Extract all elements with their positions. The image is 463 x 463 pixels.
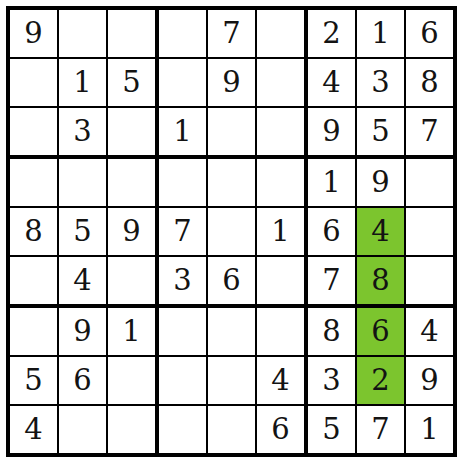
sudoku-board: 9721615943831957198597164436789186456432… — [6, 6, 457, 457]
cell-r1c6[interactable] — [257, 10, 308, 59]
cell-r3c6[interactable] — [257, 108, 308, 159]
cell-r7c7[interactable]: 8 — [308, 308, 357, 357]
cell-r6c3[interactable] — [108, 257, 159, 308]
cell-r5c4[interactable]: 7 — [159, 208, 208, 257]
cell-r7c8[interactable]: 6 — [357, 308, 406, 357]
cell-r1c5[interactable]: 7 — [208, 10, 257, 59]
cell-r9c1[interactable]: 4 — [10, 406, 59, 453]
cell-r6c9[interactable] — [406, 257, 453, 308]
cell-r5c3[interactable]: 9 — [108, 208, 159, 257]
cell-r4c3[interactable] — [108, 159, 159, 208]
cell-r3c5[interactable] — [208, 108, 257, 159]
cell-r7c3[interactable]: 1 — [108, 308, 159, 357]
cell-r2c7[interactable]: 4 — [308, 59, 357, 108]
cell-r7c5[interactable] — [208, 308, 257, 357]
cell-r7c9[interactable]: 4 — [406, 308, 453, 357]
cell-r6c7[interactable]: 7 — [308, 257, 357, 308]
cell-r8c8[interactable]: 2 — [357, 357, 406, 406]
cell-r6c1[interactable] — [10, 257, 59, 308]
cell-r4c5[interactable] — [208, 159, 257, 208]
cell-r2c2[interactable]: 1 — [59, 59, 108, 108]
cell-r3c4[interactable]: 1 — [159, 108, 208, 159]
sudoku-board-wrapper: 9721615943831957198597164436789186456432… — [0, 0, 463, 463]
cell-r4c9[interactable] — [406, 159, 453, 208]
cell-r6c6[interactable] — [257, 257, 308, 308]
cell-r4c7[interactable]: 1 — [308, 159, 357, 208]
cell-r1c4[interactable] — [159, 10, 208, 59]
cell-r8c3[interactable] — [108, 357, 159, 406]
cell-r1c2[interactable] — [59, 10, 108, 59]
cell-r8c1[interactable]: 5 — [10, 357, 59, 406]
cell-r2c5[interactable]: 9 — [208, 59, 257, 108]
cell-r4c4[interactable] — [159, 159, 208, 208]
cell-r5c6[interactable]: 1 — [257, 208, 308, 257]
cell-r2c9[interactable]: 8 — [406, 59, 453, 108]
cell-r4c6[interactable] — [257, 159, 308, 208]
cell-r5c5[interactable] — [208, 208, 257, 257]
cell-r7c6[interactable] — [257, 308, 308, 357]
cell-r3c7[interactable]: 9 — [308, 108, 357, 159]
cell-r5c2[interactable]: 5 — [59, 208, 108, 257]
cell-r9c3[interactable] — [108, 406, 159, 453]
cell-r8c2[interactable]: 6 — [59, 357, 108, 406]
cell-r2c3[interactable]: 5 — [108, 59, 159, 108]
cell-r8c9[interactable]: 9 — [406, 357, 453, 406]
cell-r8c7[interactable]: 3 — [308, 357, 357, 406]
cell-r5c8[interactable]: 4 — [357, 208, 406, 257]
cell-r3c1[interactable] — [10, 108, 59, 159]
cell-r9c7[interactable]: 5 — [308, 406, 357, 453]
cell-r2c6[interactable] — [257, 59, 308, 108]
cell-r4c2[interactable] — [59, 159, 108, 208]
cell-r5c1[interactable]: 8 — [10, 208, 59, 257]
cell-r2c1[interactable] — [10, 59, 59, 108]
cell-r2c8[interactable]: 3 — [357, 59, 406, 108]
cell-r5c7[interactable]: 6 — [308, 208, 357, 257]
cell-r7c2[interactable]: 9 — [59, 308, 108, 357]
cell-r2c4[interactable] — [159, 59, 208, 108]
cell-r3c3[interactable] — [108, 108, 159, 159]
cell-r7c1[interactable] — [10, 308, 59, 357]
cell-r3c9[interactable]: 7 — [406, 108, 453, 159]
cell-r3c8[interactable]: 5 — [357, 108, 406, 159]
cell-r9c2[interactable] — [59, 406, 108, 453]
cell-r4c8[interactable]: 9 — [357, 159, 406, 208]
cell-r9c6[interactable]: 6 — [257, 406, 308, 453]
cell-r6c5[interactable]: 6 — [208, 257, 257, 308]
cell-r9c9[interactable]: 1 — [406, 406, 453, 453]
cell-r8c4[interactable] — [159, 357, 208, 406]
cell-r5c9[interactable] — [406, 208, 453, 257]
cell-r4c1[interactable] — [10, 159, 59, 208]
cell-r6c8[interactable]: 8 — [357, 257, 406, 308]
cell-r7c4[interactable] — [159, 308, 208, 357]
cell-r3c2[interactable]: 3 — [59, 108, 108, 159]
cell-r8c6[interactable]: 4 — [257, 357, 308, 406]
cell-r1c7[interactable]: 2 — [308, 10, 357, 59]
cell-r8c5[interactable] — [208, 357, 257, 406]
cell-r9c4[interactable] — [159, 406, 208, 453]
cell-r1c9[interactable]: 6 — [406, 10, 453, 59]
cell-r9c5[interactable] — [208, 406, 257, 453]
cell-r6c4[interactable]: 3 — [159, 257, 208, 308]
cell-r1c3[interactable] — [108, 10, 159, 59]
cell-r9c8[interactable]: 7 — [357, 406, 406, 453]
cell-r1c1[interactable]: 9 — [10, 10, 59, 59]
cell-r6c2[interactable]: 4 — [59, 257, 108, 308]
cell-r1c8[interactable]: 1 — [357, 10, 406, 59]
